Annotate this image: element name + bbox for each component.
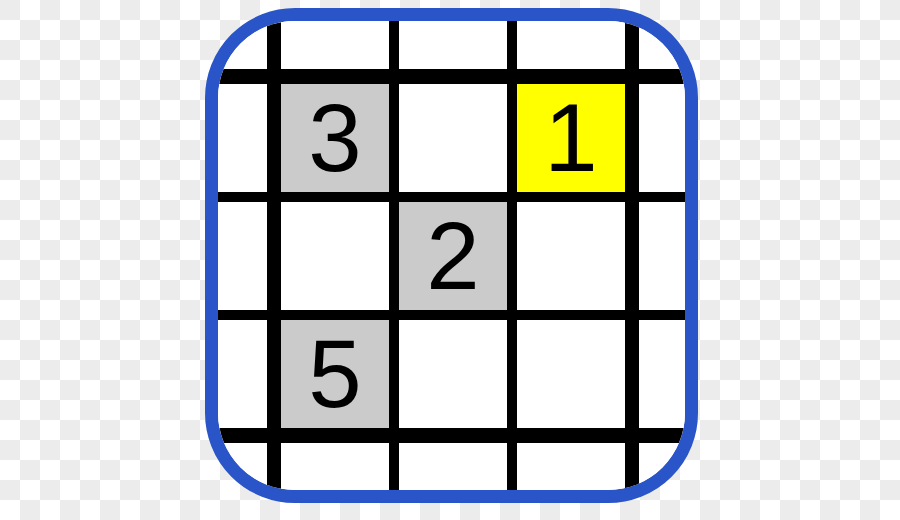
sudoku-app-icon[interactable]: 3 1 2 5 [205,8,698,503]
grid-line-horizontal-thin-2 [218,310,685,320]
grid-line-vertical-thick-right [625,21,639,490]
sudoku-board: 3 1 2 5 [218,21,685,490]
grid-line-vertical-thin-1 [389,21,399,490]
cell-r3c1-given: 5 [281,320,389,428]
grid-line-horizontal-thick-bottom [218,428,685,443]
cell-digit: 2 [426,208,479,304]
cell-digit: 5 [308,326,361,422]
grid-line-horizontal-thin-1 [218,192,685,202]
cell-r2c2-given: 2 [399,202,507,310]
grid-line-vertical-thin-2 [507,21,517,490]
cell-digit: 3 [308,90,361,186]
grid-line-horizontal-thick-top [218,69,685,84]
transparent-checkerboard-background: 3 1 2 5 [0,0,900,520]
cell-digit: 1 [544,90,597,186]
cell-r1c3-highlighted: 1 [517,84,625,192]
cell-r1c1-given: 3 [281,84,389,192]
grid-line-vertical-thick-left [267,21,281,490]
